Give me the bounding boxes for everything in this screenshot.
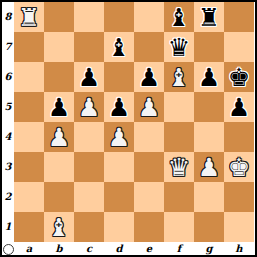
black-pawn-c6[interactable]: ♟ (74, 62, 104, 92)
square-h2[interactable] (224, 182, 254, 212)
square-b6[interactable] (44, 62, 74, 92)
rank-label-7: 7 (2, 32, 14, 62)
square-g1[interactable] (194, 212, 224, 242)
square-c7[interactable] (74, 32, 104, 62)
white-bishop-b1[interactable]: ♝ (44, 212, 74, 242)
black-pawn-b5[interactable]: ♟ (44, 92, 74, 122)
square-e8[interactable] (134, 2, 164, 32)
square-d7[interactable]: ♝ (104, 32, 134, 62)
rank-label-8: 8 (2, 2, 14, 32)
file-label-e: e (134, 243, 164, 255)
square-a8[interactable]: ♜ (14, 2, 44, 32)
rank-label-1: 1 (2, 212, 14, 242)
black-pawn-h5[interactable]: ♟ (224, 92, 254, 122)
square-c8[interactable] (74, 2, 104, 32)
square-b5[interactable]: ♟ (44, 92, 74, 122)
rank-label-6: 6 (2, 62, 14, 92)
square-f5[interactable] (164, 92, 194, 122)
square-h7[interactable] (224, 32, 254, 62)
white-pawn-g3[interactable]: ♟ (194, 152, 224, 182)
square-b2[interactable] (44, 182, 74, 212)
square-a6[interactable] (14, 62, 44, 92)
rank-label-5: 5 (2, 92, 14, 122)
black-pawn-d5[interactable]: ♟ (104, 92, 134, 122)
square-h8[interactable] (224, 2, 254, 32)
square-g2[interactable] (194, 182, 224, 212)
square-c4[interactable] (74, 122, 104, 152)
board: ♜♝♜♝♛♟♟♝♟♚♟♟♟♟♟♟♟♛♟♚♝ (14, 2, 254, 242)
file-label-a: a (14, 243, 44, 255)
square-d8[interactable] (104, 2, 134, 32)
square-f8[interactable]: ♝ (164, 2, 194, 32)
square-e7[interactable] (134, 32, 164, 62)
square-a7[interactable] (14, 32, 44, 62)
square-c2[interactable] (74, 182, 104, 212)
white-rook-a8[interactable]: ♜ (14, 2, 44, 32)
square-h1[interactable] (224, 212, 254, 242)
black-bishop-f8[interactable]: ♝ (164, 2, 194, 32)
black-bishop-d7[interactable]: ♝ (104, 32, 134, 62)
rank-label-4: 4 (2, 122, 14, 152)
square-c6[interactable]: ♟ (74, 62, 104, 92)
square-c5[interactable]: ♟ (74, 92, 104, 122)
white-pawn-c5[interactable]: ♟ (74, 92, 104, 122)
square-b4[interactable]: ♟ (44, 122, 74, 152)
rank-label-2: 2 (2, 182, 14, 212)
square-a5[interactable] (14, 92, 44, 122)
square-g4[interactable] (194, 122, 224, 152)
square-g5[interactable] (194, 92, 224, 122)
square-a3[interactable] (14, 152, 44, 182)
file-label-f: f (164, 243, 194, 255)
white-king-h3[interactable]: ♚ (224, 152, 254, 182)
square-d4[interactable]: ♟ (104, 122, 134, 152)
white-bishop-f6[interactable]: ♝ (164, 62, 194, 92)
square-b7[interactable] (44, 32, 74, 62)
file-label-h: h (224, 243, 254, 255)
square-d2[interactable] (104, 182, 134, 212)
square-d3[interactable] (104, 152, 134, 182)
white-to-move-indicator (3, 244, 14, 255)
square-e2[interactable] (134, 182, 164, 212)
square-f2[interactable] (164, 182, 194, 212)
square-f4[interactable] (164, 122, 194, 152)
square-d1[interactable] (104, 212, 134, 242)
black-pawn-e6[interactable]: ♟ (134, 62, 164, 92)
file-label-d: d (104, 243, 134, 255)
file-labels: abcdefgh (14, 243, 254, 255)
white-pawn-e5[interactable]: ♟ (134, 92, 164, 122)
square-e6[interactable]: ♟ (134, 62, 164, 92)
chess-diagram: 87654321 ♜♝♜♝♛♟♟♝♟♚♟♟♟♟♟♟♟♛♟♚♝ abcdefgh (0, 0, 257, 257)
square-g7[interactable] (194, 32, 224, 62)
square-e4[interactable] (134, 122, 164, 152)
square-c1[interactable] (74, 212, 104, 242)
square-h3[interactable]: ♚ (224, 152, 254, 182)
square-e3[interactable] (134, 152, 164, 182)
square-a2[interactable] (14, 182, 44, 212)
square-b8[interactable] (44, 2, 74, 32)
square-b1[interactable]: ♝ (44, 212, 74, 242)
square-e5[interactable]: ♟ (134, 92, 164, 122)
square-f6[interactable]: ♝ (164, 62, 194, 92)
black-rook-g8[interactable]: ♜ (194, 2, 224, 32)
file-label-c: c (74, 243, 104, 255)
square-f7[interactable]: ♛ (164, 32, 194, 62)
square-a1[interactable] (14, 212, 44, 242)
square-h5[interactable]: ♟ (224, 92, 254, 122)
square-g6[interactable]: ♟ (194, 62, 224, 92)
square-f3[interactable]: ♛ (164, 152, 194, 182)
white-queen-f3[interactable]: ♛ (164, 152, 194, 182)
file-label-b: b (44, 243, 74, 255)
file-label-g: g (194, 243, 224, 255)
black-pawn-g6[interactable]: ♟ (194, 62, 224, 92)
square-f1[interactable] (164, 212, 194, 242)
white-pawn-d4[interactable]: ♟ (104, 122, 134, 152)
square-d5[interactable]: ♟ (104, 92, 134, 122)
square-h6[interactable]: ♚ (224, 62, 254, 92)
square-g8[interactable]: ♜ (194, 2, 224, 32)
square-a4[interactable] (14, 122, 44, 152)
square-h4[interactable] (224, 122, 254, 152)
rank-label-3: 3 (2, 152, 14, 182)
square-g3[interactable]: ♟ (194, 152, 224, 182)
square-b3[interactable] (44, 152, 74, 182)
white-pawn-b4[interactable]: ♟ (44, 122, 74, 152)
black-king-h6[interactable]: ♚ (224, 62, 254, 92)
black-queen-f7[interactable]: ♛ (164, 32, 194, 62)
square-d6[interactable] (104, 62, 134, 92)
rank-labels: 87654321 (2, 2, 14, 242)
square-c3[interactable] (74, 152, 104, 182)
square-e1[interactable] (134, 212, 164, 242)
